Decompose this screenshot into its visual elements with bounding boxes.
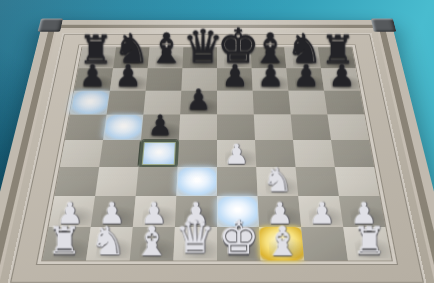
square-h1[interactable]: ♜ — [343, 227, 391, 260]
square-c1[interactable]: ♝ — [130, 227, 175, 260]
square-g2[interactable]: ♟ — [298, 196, 343, 227]
square-c4[interactable] — [138, 140, 179, 167]
piece-black-pawn[interactable]: ♟ — [180, 87, 217, 114]
square-a7[interactable]: ♟ — [74, 68, 113, 90]
square-h5[interactable] — [327, 115, 369, 140]
piece-white-rook[interactable]: ♜ — [43, 224, 87, 260]
square-g5[interactable] — [291, 115, 331, 140]
piece-white-knight[interactable]: ♞ — [258, 164, 299, 195]
square-f3[interactable]: ♞ — [256, 167, 298, 196]
piece-black-pawn[interactable]: ♟ — [253, 62, 289, 91]
table-surface: » » » » ♜♞♝♛♚♝♞♜♟♟♟♟♟♟♟♟♟♞♟♟♟♟♟♟♟♜♞♝♛♚♝♜ — [0, 20, 434, 283]
square-e1[interactable]: ♚ — [217, 227, 261, 260]
piece-white-bishop[interactable]: ♝ — [261, 222, 305, 260]
square-c5[interactable]: ♟ — [141, 115, 180, 140]
square-f7[interactable]: ♟ — [252, 68, 289, 90]
square-e5[interactable] — [217, 115, 255, 140]
piece-white-rook[interactable]: ♜ — [348, 224, 392, 260]
piece-white-queen[interactable]: ♛ — [173, 218, 217, 260]
piece-white-knight[interactable]: ♞ — [86, 222, 130, 259]
square-b4[interactable] — [99, 140, 141, 167]
piece-white-king[interactable]: ♚ — [217, 216, 261, 260]
piece-black-pawn[interactable]: ♟ — [217, 62, 253, 91]
square-a1[interactable]: ♜ — [42, 227, 90, 260]
square-f5[interactable] — [254, 115, 293, 140]
chess-board: ♜♞♝♛♚♝♞♜♟♟♟♟♟♟♟♟♟♞♟♟♟♟♟♟♟♜♞♝♛♚♝♜ — [42, 47, 391, 260]
square-d8[interactable]: ♛ — [182, 47, 217, 68]
square-f1[interactable]: ♝ — [259, 227, 304, 260]
piece-white-bishop[interactable]: ♝ — [130, 222, 174, 260]
square-b7[interactable]: ♟ — [110, 68, 148, 90]
piece-black-pawn[interactable]: ♟ — [324, 62, 360, 91]
square-g7[interactable]: ♟ — [286, 68, 324, 90]
square-a4[interactable] — [60, 140, 103, 167]
square-h7[interactable]: ♟ — [321, 68, 360, 90]
board-frame: ♜♞♝♛♚♝♞♜♟♟♟♟♟♟♟♟♟♞♟♟♟♟♟♟♟♜♞♝♛♚♝♜ — [7, 33, 427, 283]
square-e7[interactable]: ♟ — [217, 68, 253, 90]
square-d6[interactable]: ♟ — [180, 91, 217, 115]
square-d4[interactable] — [178, 140, 217, 167]
square-h4[interactable] — [331, 140, 374, 167]
table-corner-cap — [371, 19, 396, 32]
square-b5[interactable] — [103, 115, 143, 140]
square-a5[interactable] — [65, 115, 107, 140]
piece-white-pawn[interactable]: ♟ — [217, 141, 256, 167]
square-g4[interactable] — [293, 140, 335, 167]
square-e4[interactable]: ♟ — [217, 140, 256, 167]
square-c8[interactable]: ♝ — [148, 47, 184, 68]
chess-titans-scene: » » » » ♜♞♝♛♚♝♞♜♟♟♟♟♟♟♟♟♟♞♟♟♟♟♟♟♟♜♞♝♛♚♝♜ — [0, 0, 434, 283]
square-g1[interactable] — [301, 227, 348, 260]
piece-black-pawn[interactable]: ♟ — [288, 62, 324, 91]
square-d5[interactable] — [179, 115, 217, 140]
stage: » » » » ♜♞♝♛♚♝♞♜♟♟♟♟♟♟♟♟♟♞♟♟♟♟♟♟♟♜♞♝♛♚♝♜ — [0, 0, 434, 283]
square-d1[interactable]: ♛ — [173, 227, 217, 260]
piece-black-pawn[interactable]: ♟ — [141, 113, 179, 140]
piece-black-queen[interactable]: ♛ — [182, 25, 217, 69]
piece-black-bishop[interactable]: ♝ — [148, 29, 183, 69]
piece-black-pawn[interactable]: ♟ — [110, 62, 146, 91]
square-c7[interactable] — [146, 68, 183, 90]
piece-white-pawn[interactable]: ♟ — [301, 199, 343, 227]
piece-black-pawn[interactable]: ♟ — [74, 62, 110, 91]
square-b1[interactable]: ♞ — [86, 227, 133, 260]
table-corner-cap — [38, 19, 63, 32]
